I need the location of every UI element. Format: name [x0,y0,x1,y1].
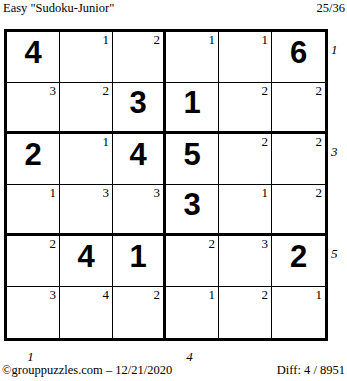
cell-digit: 4 [7,28,59,78]
grid-cell[interactable]: 3 [60,185,113,236]
cell-digit: 3 [166,181,218,229]
cell-digit: 2 [272,232,325,282]
corner-mark: 1 [103,135,110,148]
grid-cell[interactable]: 3 [113,83,166,134]
corner-mark: 2 [209,237,216,250]
corner-mark: 3 [154,186,161,199]
page-title: Easy "Sudoku-Junior" [3,1,114,16]
corner-mark: 2 [154,33,161,46]
corner-mark: 1 [50,186,57,199]
difficulty-text: Diff: 4 / 8951 [277,363,345,378]
grid-cell[interactable]: 2 [60,83,113,134]
grid-cell[interactable]: 5 [166,134,219,185]
corner-mark: 2 [262,84,269,97]
corner-mark: 1 [209,288,216,301]
row-label: 3 [331,144,338,160]
grid-cell[interactable]: 4 [7,32,60,83]
grid-cell[interactable]: 1 [7,185,60,236]
grid-cell[interactable]: 2 [7,134,60,185]
grid-cell[interactable]: 2 [219,287,272,338]
corner-mark: 2 [103,84,110,97]
corner-mark: 1 [103,33,110,46]
corner-mark: 1 [209,33,216,46]
grid-cell[interactable]: 1 [219,185,272,236]
cell-digit: 2 [7,130,59,180]
row-label: 1 [331,42,338,58]
corner-mark: 2 [50,237,57,250]
row-label: 5 [331,246,338,262]
grid-cell[interactable]: 2 [219,134,272,185]
corner-mark: 4 [103,288,110,301]
corner-mark: 2 [154,288,161,301]
cell-digit: 6 [272,28,325,78]
grid-cell[interactable]: 2 [272,236,325,287]
grid-cell[interactable]: 1 [166,32,219,83]
grid-cell[interactable]: 2 [113,32,166,83]
corner-mark: 3 [103,186,110,199]
grid-cell[interactable]: 4 [60,236,113,287]
corner-mark: 2 [316,84,323,97]
cell-digit: 4 [113,130,163,180]
grid-cell[interactable]: 2 [113,287,166,338]
grid-cell[interactable]: 2 [272,83,325,134]
corner-mark: 2 [262,288,269,301]
puzzle-page: Easy "Sudoku-Junior" 25/36 4121163231222… [0,0,347,381]
progress-counter: 25/36 [317,1,345,16]
corner-mark: 3 [50,84,57,97]
grid-cell[interactable]: 1 [272,287,325,338]
grid-cell[interactable]: 1 [166,287,219,338]
corner-mark: 1 [262,33,269,46]
grid-cell[interactable]: 2 [166,236,219,287]
corner-mark: 3 [262,237,269,250]
grid-cell[interactable]: 3 [113,185,166,236]
grid-cell[interactable]: 3 [7,83,60,134]
grid-cell[interactable]: 1 [113,236,166,287]
cell-digit: 5 [166,130,218,180]
grid-cell[interactable]: 4 [60,287,113,338]
grid-cell[interactable]: 3 [7,287,60,338]
grid-cell[interactable]: 3 [219,236,272,287]
grid-cell[interactable]: 4 [113,134,166,185]
grid-cell[interactable]: 1 [60,32,113,83]
grid-cell[interactable]: 3 [166,185,219,236]
grid-cell[interactable]: 1 [219,32,272,83]
grid-cell[interactable]: 2 [272,134,325,185]
grid-cell[interactable]: 1 [60,134,113,185]
corner-mark: 2 [316,135,323,148]
sudoku-grid: 412116323122214522133312241232342121 [4,29,328,341]
copyright-text: ©grouppuzzles.com – 12/21/2020 [2,363,172,378]
corner-mark: 1 [262,186,269,199]
grid-cell[interactable]: 2 [7,236,60,287]
col-label: 4 [186,349,193,365]
grid-cell[interactable]: 1 [166,83,219,134]
cell-digit: 3 [113,79,163,127]
cell-digit: 1 [113,232,163,282]
corner-mark: 2 [316,186,323,199]
corner-mark: 3 [50,288,57,301]
grid-cell[interactable]: 6 [272,32,325,83]
grid-cell[interactable]: 2 [272,185,325,236]
corner-mark: 2 [262,135,269,148]
cell-digit: 1 [166,79,218,127]
grid-cell[interactable]: 2 [219,83,272,134]
corner-mark: 1 [316,288,323,301]
cell-digit: 4 [60,232,112,282]
